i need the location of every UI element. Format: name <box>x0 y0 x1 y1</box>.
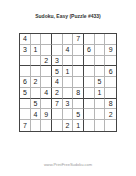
cell-r2c5[interactable]: 4 <box>63 45 74 56</box>
cell-r5c3[interactable] <box>41 77 52 88</box>
cell-r6c7[interactable] <box>84 88 95 99</box>
cell-r4c9[interactable]: 6 <box>105 66 116 77</box>
cell-r4c6[interactable] <box>73 66 84 77</box>
cell-r7c3[interactable] <box>41 99 52 110</box>
cell-r6c4[interactable]: 2 <box>52 88 63 99</box>
cell-r3c8[interactable] <box>95 56 106 67</box>
cell-r1c3[interactable] <box>41 34 52 45</box>
cell-r9c4[interactable] <box>52 120 63 131</box>
cell-r2c4[interactable] <box>52 45 63 56</box>
cell-r8c3[interactable]: 9 <box>41 109 52 120</box>
cell-r7c6[interactable] <box>73 99 84 110</box>
cell-r1c6[interactable]: 7 <box>73 34 84 45</box>
cell-r6c9[interactable] <box>105 88 116 99</box>
cell-r9c1[interactable]: 7 <box>20 120 31 131</box>
cell-r5c2[interactable]: 2 <box>31 77 42 88</box>
cell-r5c7[interactable] <box>84 77 95 88</box>
cell-r9c6[interactable]: 1 <box>73 120 84 131</box>
cell-r4c8[interactable] <box>95 66 106 77</box>
cell-r4c3[interactable] <box>41 66 52 77</box>
cell-r2c6[interactable] <box>73 45 84 56</box>
cell-r3c5[interactable] <box>63 56 74 67</box>
cell-r3c1[interactable] <box>20 56 31 67</box>
cell-r1c9[interactable] <box>105 34 116 45</box>
cell-r4c5[interactable]: 1 <box>63 66 74 77</box>
cell-r8c5[interactable] <box>63 109 74 120</box>
cell-r1c5[interactable] <box>63 34 74 45</box>
cell-r4c1[interactable] <box>20 66 31 77</box>
cell-r9c8[interactable] <box>95 120 106 131</box>
cell-r6c5[interactable] <box>63 88 74 99</box>
cell-r5c4[interactable]: 4 <box>52 77 63 88</box>
cell-r5c8[interactable]: 5 <box>95 77 106 88</box>
cell-r8c9[interactable]: 2 <box>105 109 116 120</box>
cell-r8c7[interactable] <box>84 109 95 120</box>
cell-r2c9[interactable]: 9 <box>105 45 116 56</box>
cell-r8c1[interactable] <box>20 109 31 120</box>
cell-r2c7[interactable]: 6 <box>84 45 95 56</box>
cell-r5c5[interactable] <box>63 77 74 88</box>
cell-r3c3[interactable]: 2 <box>41 56 52 67</box>
cell-r3c4[interactable]: 3 <box>52 56 63 67</box>
cell-r9c2[interactable] <box>31 120 42 131</box>
cell-r3c9[interactable] <box>105 56 116 67</box>
cell-r9c5[interactable]: 2 <box>63 120 74 131</box>
cell-r7c7[interactable] <box>84 99 95 110</box>
cell-r4c7[interactable] <box>84 66 95 77</box>
cell-r8c2[interactable]: 4 <box>31 109 42 120</box>
cell-r2c1[interactable]: 3 <box>20 45 31 56</box>
cell-r7c8[interactable] <box>95 99 106 110</box>
cell-r3c6[interactable] <box>73 56 84 67</box>
cell-r6c1[interactable]: 5 <box>20 88 31 99</box>
cell-r4c2[interactable] <box>31 66 42 77</box>
cell-r6c6[interactable]: 8 <box>73 88 84 99</box>
cell-r2c2[interactable]: 1 <box>31 45 42 56</box>
cell-r7c5[interactable]: 3 <box>63 99 74 110</box>
cell-r6c2[interactable] <box>31 88 42 99</box>
cell-r1c1[interactable]: 4 <box>20 34 31 45</box>
cell-r3c2[interactable] <box>31 56 42 67</box>
cell-r6c3[interactable]: 4 <box>41 88 52 99</box>
cell-r8c8[interactable] <box>95 109 106 120</box>
cell-r9c7[interactable] <box>84 120 95 131</box>
footer-url: www.PrintFreeSudoku.com <box>0 162 136 167</box>
cell-r9c3[interactable] <box>41 120 52 131</box>
cell-r5c1[interactable]: 6 <box>20 77 31 88</box>
cell-r1c8[interactable] <box>95 34 106 45</box>
cell-r9c9[interactable] <box>105 120 116 131</box>
cell-r8c6[interactable]: 5 <box>73 109 84 120</box>
cell-r2c3[interactable] <box>41 45 52 56</box>
cell-r7c9[interactable]: 8 <box>105 99 116 110</box>
cell-r5c9[interactable] <box>105 77 116 88</box>
cell-r7c2[interactable]: 5 <box>31 99 42 110</box>
cell-r1c4[interactable] <box>52 34 63 45</box>
sudoku-board: 47314692351662455428157384952721 <box>19 33 117 132</box>
cell-r1c7[interactable] <box>84 34 95 45</box>
cell-r8c4[interactable] <box>52 109 63 120</box>
cell-r6c8[interactable]: 1 <box>95 88 106 99</box>
cell-r7c1[interactable] <box>20 99 31 110</box>
cell-r5c6[interactable] <box>73 77 84 88</box>
puzzle-title: Sudoku, Easy (Puzzle #433) <box>0 13 136 20</box>
cell-r7c4[interactable]: 7 <box>52 99 63 110</box>
cell-r4c4[interactable]: 5 <box>52 66 63 77</box>
cell-r2c8[interactable] <box>95 45 106 56</box>
cell-r1c2[interactable] <box>31 34 42 45</box>
cell-r3c7[interactable] <box>84 56 95 67</box>
